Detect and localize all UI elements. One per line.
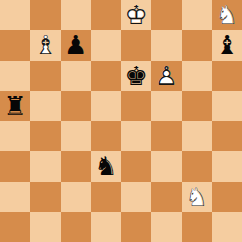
square-f4[interactable]	[151, 121, 181, 151]
square-g6[interactable]	[182, 61, 212, 91]
square-f3[interactable]	[151, 151, 181, 181]
square-f5[interactable]	[151, 91, 181, 121]
square-b6[interactable]	[30, 61, 60, 91]
square-a4[interactable]	[0, 121, 30, 151]
square-d7[interactable]	[91, 30, 121, 60]
square-e2[interactable]	[121, 182, 151, 212]
white-knight[interactable]: ♞♘	[182, 182, 212, 212]
square-a8[interactable]	[0, 0, 30, 30]
black-pawn[interactable]: ♟	[61, 30, 91, 60]
square-f7[interactable]	[151, 30, 181, 60]
square-f6[interactable]: ♟♙	[151, 61, 181, 91]
square-a7[interactable]	[0, 30, 30, 60]
square-e8[interactable]: ♚♔	[121, 0, 151, 30]
square-e5[interactable]	[121, 91, 151, 121]
square-b1[interactable]	[30, 212, 60, 242]
square-h4[interactable]	[212, 121, 242, 151]
square-e7[interactable]	[121, 30, 151, 60]
square-h3[interactable]	[212, 151, 242, 181]
square-h6[interactable]	[212, 61, 242, 91]
black-bishop[interactable]: ♝	[212, 30, 242, 60]
square-a5[interactable]: ♜	[0, 91, 30, 121]
white-bishop[interactable]: ♝♗	[30, 30, 60, 60]
square-c5[interactable]	[61, 91, 91, 121]
square-h2[interactable]	[212, 182, 242, 212]
square-h8[interactable]: ♞♘	[212, 0, 242, 30]
square-e6[interactable]: ♚	[121, 61, 151, 91]
square-d8[interactable]	[91, 0, 121, 30]
square-e4[interactable]	[121, 121, 151, 151]
square-f1[interactable]	[151, 212, 181, 242]
square-c4[interactable]	[61, 121, 91, 151]
square-d6[interactable]	[91, 61, 121, 91]
square-g4[interactable]	[182, 121, 212, 151]
black-knight[interactable]: ♞	[91, 151, 121, 181]
square-h1[interactable]	[212, 212, 242, 242]
white-king[interactable]: ♚♔	[121, 0, 151, 30]
square-g3[interactable]	[182, 151, 212, 181]
square-b4[interactable]	[30, 121, 60, 151]
black-king[interactable]: ♚	[121, 61, 151, 91]
square-g1[interactable]	[182, 212, 212, 242]
square-d3[interactable]: ♞	[91, 151, 121, 181]
square-b2[interactable]	[30, 182, 60, 212]
square-c8[interactable]	[61, 0, 91, 30]
square-f2[interactable]	[151, 182, 181, 212]
square-h7[interactable]: ♝	[212, 30, 242, 60]
white-knight[interactable]: ♞♘	[212, 0, 242, 30]
square-h5[interactable]	[212, 91, 242, 121]
square-a6[interactable]	[0, 61, 30, 91]
square-g2[interactable]: ♞♘	[182, 182, 212, 212]
square-d5[interactable]	[91, 91, 121, 121]
square-g7[interactable]	[182, 30, 212, 60]
chess-board: ♚♔♞♘♝♗♟♝♚♟♙♜♞♞♘	[0, 0, 242, 242]
black-rook[interactable]: ♜	[0, 91, 30, 121]
square-b5[interactable]	[30, 91, 60, 121]
square-d2[interactable]	[91, 182, 121, 212]
square-c3[interactable]	[61, 151, 91, 181]
square-e1[interactable]	[121, 212, 151, 242]
square-d4[interactable]	[91, 121, 121, 151]
square-c6[interactable]	[61, 61, 91, 91]
square-a3[interactable]	[0, 151, 30, 181]
square-b8[interactable]	[30, 0, 60, 30]
square-e3[interactable]	[121, 151, 151, 181]
square-b3[interactable]	[30, 151, 60, 181]
square-b7[interactable]: ♝♗	[30, 30, 60, 60]
square-a1[interactable]	[0, 212, 30, 242]
square-g5[interactable]	[182, 91, 212, 121]
square-c7[interactable]: ♟	[61, 30, 91, 60]
square-f8[interactable]	[151, 0, 181, 30]
square-c1[interactable]	[61, 212, 91, 242]
square-g8[interactable]	[182, 0, 212, 30]
square-a2[interactable]	[0, 182, 30, 212]
square-c2[interactable]	[61, 182, 91, 212]
white-pawn[interactable]: ♟♙	[151, 61, 181, 91]
square-d1[interactable]	[91, 212, 121, 242]
